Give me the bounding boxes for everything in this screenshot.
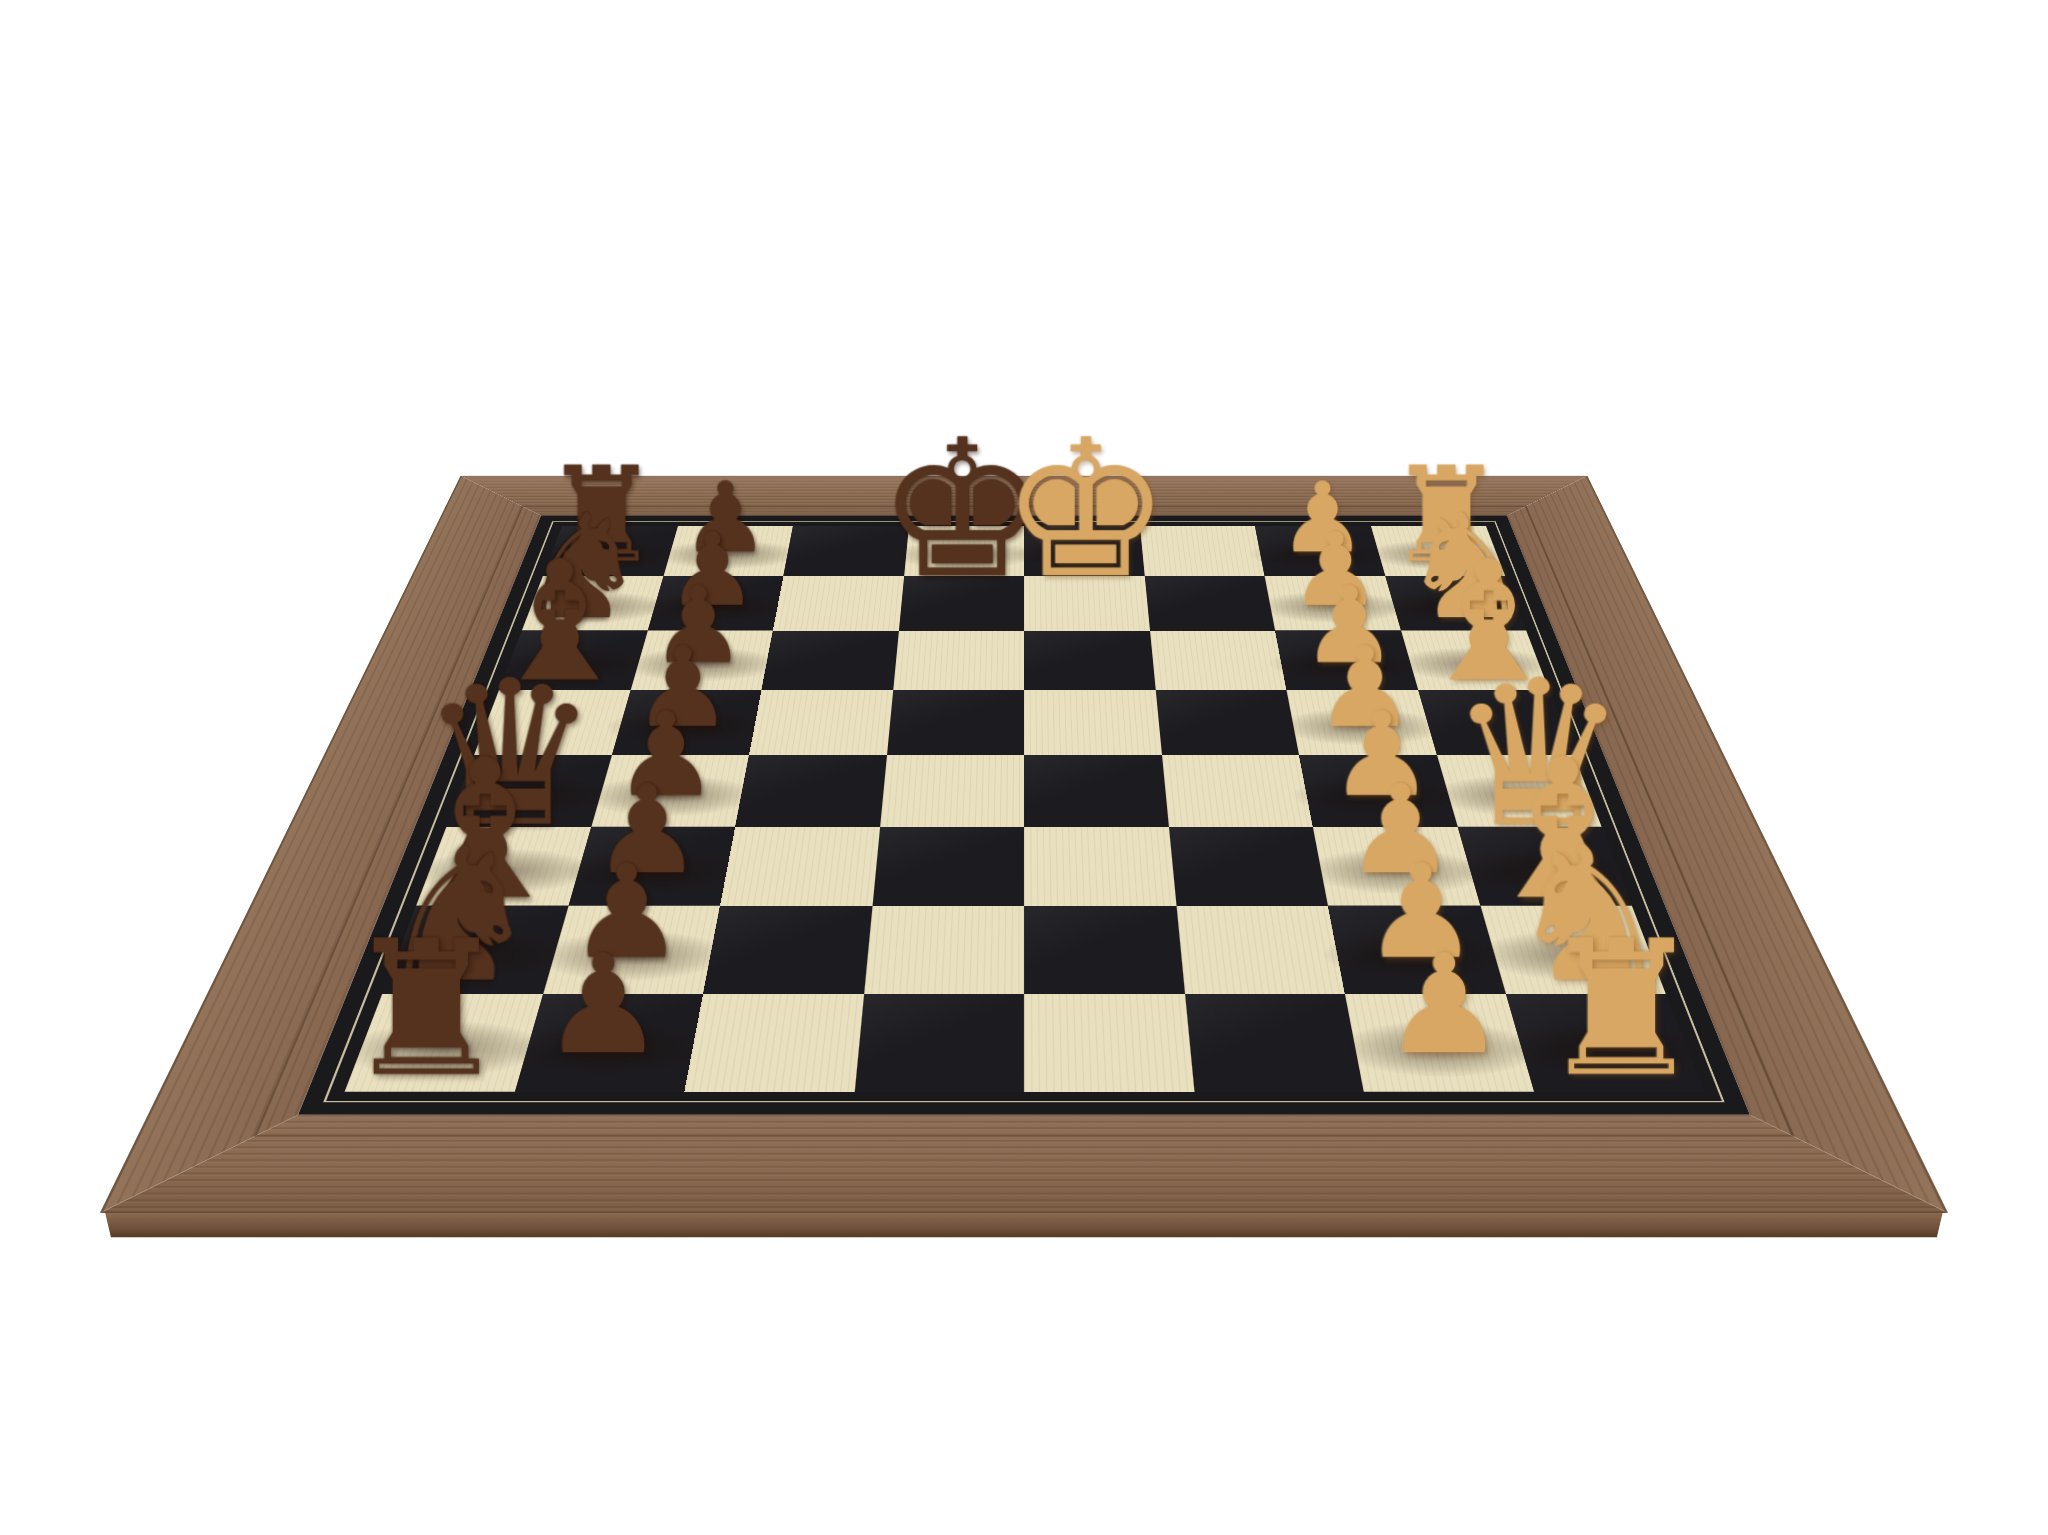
white-rook: ♜ [1538, 915, 1705, 1101]
square-e4 [1024, 690, 1162, 755]
white-king: ♚ [1000, 415, 1170, 605]
white-pawn: ♟ [1383, 936, 1506, 1073]
square-d4 [1024, 755, 1168, 827]
square-b3 [1176, 906, 1345, 994]
square-a6 [684, 994, 863, 1092]
square-f3 [1150, 631, 1287, 690]
square-a5 [854, 994, 1024, 1092]
square-c3 [1168, 827, 1328, 906]
black-pawn: ♟ [543, 936, 666, 1073]
squares-grid: ♜♟♚♚♟♜♞♟♟♞♝♟♟♝♟♟♛♟♟♛♝♟♟♝♞♟♟♞♜♟♟♜ [345, 526, 1704, 1092]
square-f5 [893, 631, 1024, 690]
square-b4 [1024, 906, 1184, 994]
square-d6 [735, 755, 886, 827]
square-a3 [1184, 994, 1363, 1092]
square-c6 [720, 827, 880, 906]
square-a7: ♟ [514, 994, 703, 1092]
square-e5 [887, 690, 1025, 755]
board-front-edge [105, 1213, 1943, 1237]
square-a1: ♜ [1505, 994, 1703, 1092]
chess-board: ♜♟♚♚♟♜♞♟♟♞♝♟♟♝♟♟♛♟♟♛♝♟♟♝♞♟♟♞♜♟♟♜ [100, 476, 1948, 1213]
playing-field: ♜♟♚♚♟♜♞♟♟♞♝♟♟♝♟♟♛♟♟♛♝♟♟♝♞♟♟♞♜♟♟♜ [298, 516, 1750, 1115]
square-b6 [703, 906, 872, 994]
square-a8: ♜ [345, 994, 543, 1092]
black-rook: ♜ [343, 915, 510, 1101]
square-c4 [1024, 827, 1176, 906]
square-f6 [762, 631, 899, 690]
square-d3 [1162, 755, 1313, 827]
square-e3 [1155, 690, 1299, 755]
square-d5 [880, 755, 1024, 827]
square-h4: ♚ [1024, 526, 1144, 576]
square-a4 [1024, 994, 1194, 1092]
square-e6 [749, 690, 893, 755]
square-b5 [864, 906, 1024, 994]
square-c5 [872, 827, 1024, 906]
square-a2: ♟ [1345, 994, 1534, 1092]
photo-stage: ♜♟♚♚♟♜♞♟♟♞♝♟♟♝♟♟♛♟♟♛♝♟♟♝♞♟♟♞♜♟♟♜ [0, 0, 2048, 1535]
square-f4 [1024, 631, 1155, 690]
walnut-frame-bottom [100, 1115, 1948, 1213]
